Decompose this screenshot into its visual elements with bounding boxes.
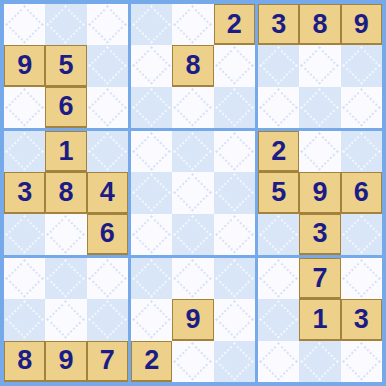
diamond-pattern-icon	[174, 133, 212, 171]
cell-r8c4[interactable]	[131, 299, 172, 340]
cell-r2c1: 9	[4, 45, 45, 86]
cell-r9c9[interactable]	[341, 341, 382, 382]
diamond-pattern-icon	[174, 215, 212, 253]
diamond-pattern-icon	[6, 260, 44, 298]
given-digit: 5	[58, 52, 73, 79]
diamond-pattern-icon	[342, 342, 380, 380]
diamond-pattern-icon	[342, 88, 380, 126]
given-digit: 9	[312, 179, 327, 206]
given-digit: 3	[354, 306, 369, 333]
cell-r5c8: 9	[299, 172, 340, 213]
diamond-pattern-icon	[88, 133, 126, 171]
given-digit: 1	[312, 306, 327, 333]
cell-r5c3: 4	[87, 172, 128, 213]
box-1-1: 956	[4, 4, 128, 128]
diamond-pattern-icon	[88, 260, 126, 298]
cell-r3c3[interactable]	[87, 87, 128, 128]
cell-r7c7[interactable]	[258, 258, 299, 299]
cell-r7c3[interactable]	[87, 258, 128, 299]
diamond-pattern-icon	[342, 215, 380, 253]
cell-r7c8: 7	[299, 258, 340, 299]
cell-r6c1[interactable]	[4, 214, 45, 255]
cell-r4c4[interactable]	[131, 131, 172, 172]
diamond-pattern-icon	[47, 6, 85, 44]
box-3-2: 92	[131, 258, 255, 382]
diamond-pattern-icon	[6, 133, 44, 171]
diamond-pattern-icon	[6, 301, 44, 339]
diamond-pattern-icon	[133, 47, 171, 85]
cell-r2c2: 5	[45, 45, 86, 86]
diamond-pattern-icon	[6, 6, 44, 44]
given-digit: 5	[271, 179, 286, 206]
diamond-pattern-icon	[6, 215, 44, 253]
cell-r9c8[interactable]	[299, 341, 340, 382]
cell-r5c1: 3	[4, 172, 45, 213]
sudoku-board: 95628389138462596389792713	[0, 0, 386, 386]
box-1-2: 28	[131, 4, 255, 128]
box-2-3: 25963	[258, 131, 382, 255]
cell-r8c6[interactable]	[214, 299, 255, 340]
given-digit: 2	[271, 138, 286, 165]
cell-r8c2[interactable]	[45, 299, 86, 340]
diamond-pattern-icon	[215, 301, 253, 339]
cell-r9c5[interactable]	[172, 341, 213, 382]
cell-r1c2[interactable]	[45, 4, 86, 45]
cell-r7c5[interactable]	[172, 258, 213, 299]
cell-r9c7[interactable]	[258, 341, 299, 382]
diamond-pattern-icon	[301, 47, 339, 85]
cell-r3c5[interactable]	[172, 87, 213, 128]
cell-r5c2: 8	[45, 172, 86, 213]
cell-r2c6[interactable]	[214, 45, 255, 86]
cell-r7c2[interactable]	[45, 258, 86, 299]
box-2-2	[131, 131, 255, 255]
given-digit: 6	[354, 179, 369, 206]
cell-r2c7[interactable]	[258, 45, 299, 86]
cell-r3c7[interactable]	[258, 87, 299, 128]
cell-r8c9: 3	[341, 299, 382, 340]
given-digit: 3	[17, 179, 32, 206]
cell-r4c7: 2	[258, 131, 299, 172]
cell-r3c2: 6	[45, 87, 86, 128]
cell-r7c9[interactable]	[341, 258, 382, 299]
diamond-pattern-icon	[260, 260, 298, 298]
diamond-pattern-icon	[174, 260, 212, 298]
cell-r9c2: 9	[45, 341, 86, 382]
diamond-pattern-icon	[342, 260, 380, 298]
diamond-pattern-icon	[174, 174, 212, 212]
diamond-pattern-icon	[88, 47, 126, 85]
cell-r4c1[interactable]	[4, 131, 45, 172]
diamond-pattern-icon	[133, 88, 171, 126]
cell-r1c6: 2	[214, 4, 255, 45]
cell-r7c6[interactable]	[214, 258, 255, 299]
cell-r6c9[interactable]	[341, 214, 382, 255]
cell-r7c4[interactable]	[131, 258, 172, 299]
diamond-pattern-icon	[133, 6, 171, 44]
diamond-pattern-icon	[88, 301, 126, 339]
cell-r1c8: 8	[299, 4, 340, 45]
cell-r5c6[interactable]	[214, 172, 255, 213]
diamond-pattern-icon	[260, 301, 298, 339]
diamond-pattern-icon	[215, 133, 253, 171]
given-digit: 8	[312, 11, 327, 38]
given-digit: 8	[17, 347, 32, 374]
box-1-3: 389	[258, 4, 382, 128]
diamond-pattern-icon	[133, 260, 171, 298]
given-digit: 7	[312, 265, 327, 292]
cell-r9c6[interactable]	[214, 341, 255, 382]
cell-r3c8[interactable]	[299, 87, 340, 128]
given-digit: 9	[354, 11, 369, 38]
diamond-pattern-icon	[260, 215, 298, 253]
cell-r4c3[interactable]	[87, 131, 128, 172]
box-3-3: 713	[258, 258, 382, 382]
diamond-pattern-icon	[301, 88, 339, 126]
cell-r9c4: 2	[131, 341, 172, 382]
diamond-pattern-icon	[47, 301, 85, 339]
cell-r3c1[interactable]	[4, 87, 45, 128]
diamond-pattern-icon	[301, 133, 339, 171]
cell-r4c5[interactable]	[172, 131, 213, 172]
diamond-pattern-icon	[174, 88, 212, 126]
cell-r1c9: 9	[341, 4, 382, 45]
diamond-pattern-icon	[301, 342, 339, 380]
given-digit: 9	[58, 347, 73, 374]
given-digit: 4	[100, 179, 115, 206]
given-digit: 8	[185, 52, 200, 79]
cell-r6c6[interactable]	[214, 214, 255, 255]
given-digit: 6	[100, 220, 115, 247]
diamond-pattern-icon	[260, 342, 298, 380]
cell-r1c1[interactable]	[4, 4, 45, 45]
cell-r6c2[interactable]	[45, 214, 86, 255]
cell-r5c5[interactable]	[172, 172, 213, 213]
box-3-1: 897	[4, 258, 128, 382]
given-digit: 1	[58, 138, 73, 165]
cell-r1c5[interactable]	[172, 4, 213, 45]
cell-r8c8: 1	[299, 299, 340, 340]
diamond-pattern-icon	[47, 260, 85, 298]
cell-r8c3[interactable]	[87, 299, 128, 340]
cell-r8c1[interactable]	[4, 299, 45, 340]
given-digit: 3	[271, 11, 286, 38]
diamond-pattern-icon	[133, 133, 171, 171]
cell-r6c5[interactable]	[172, 214, 213, 255]
cell-r8c7[interactable]	[258, 299, 299, 340]
cell-r3c9[interactable]	[341, 87, 382, 128]
cell-r2c4[interactable]	[131, 45, 172, 86]
diamond-pattern-icon	[342, 47, 380, 85]
cell-r6c4[interactable]	[131, 214, 172, 255]
cell-r4c8[interactable]	[299, 131, 340, 172]
cell-r4c9[interactable]	[341, 131, 382, 172]
cell-r2c9[interactable]	[341, 45, 382, 86]
cell-r8c5: 9	[172, 299, 213, 340]
cell-r5c4[interactable]	[131, 172, 172, 213]
cell-r7c1[interactable]	[4, 258, 45, 299]
cell-r1c4[interactable]	[131, 4, 172, 45]
given-digit: 9	[17, 52, 32, 79]
diamond-pattern-icon	[260, 47, 298, 85]
given-digit: 6	[58, 93, 73, 120]
given-digit: 2	[144, 347, 159, 374]
diamond-pattern-icon	[215, 47, 253, 85]
diamond-pattern-icon	[88, 88, 126, 126]
cell-r4c2: 1	[45, 131, 86, 172]
cell-r2c5: 8	[172, 45, 213, 86]
cell-r1c7: 3	[258, 4, 299, 45]
box-2-1: 13846	[4, 131, 128, 255]
cell-r9c3: 7	[87, 341, 128, 382]
cell-r9c1: 8	[4, 341, 45, 382]
diamond-pattern-icon	[260, 88, 298, 126]
diamond-pattern-icon	[88, 6, 126, 44]
diamond-pattern-icon	[133, 301, 171, 339]
cell-r3c4[interactable]	[131, 87, 172, 128]
given-digit: 8	[58, 179, 73, 206]
cell-r5c9: 6	[341, 172, 382, 213]
given-digit: 3	[312, 220, 327, 247]
cell-r6c8: 3	[299, 214, 340, 255]
diamond-pattern-icon	[47, 215, 85, 253]
diamond-pattern-icon	[215, 88, 253, 126]
diamond-pattern-icon	[342, 133, 380, 171]
cell-r6c3: 6	[87, 214, 128, 255]
given-digit: 9	[185, 306, 200, 333]
diamond-pattern-icon	[215, 260, 253, 298]
cell-r2c8[interactable]	[299, 45, 340, 86]
cell-r6c7[interactable]	[258, 214, 299, 255]
diamond-pattern-icon	[133, 174, 171, 212]
cell-r4c6[interactable]	[214, 131, 255, 172]
diamond-pattern-icon	[215, 174, 253, 212]
given-digit: 7	[100, 347, 115, 374]
diamond-pattern-icon	[174, 6, 212, 44]
diamond-pattern-icon	[133, 215, 171, 253]
diamond-pattern-icon	[174, 342, 212, 380]
diamond-pattern-icon	[215, 342, 253, 380]
cell-r3c6[interactable]	[214, 87, 255, 128]
cell-r5c7: 5	[258, 172, 299, 213]
diamond-pattern-icon	[215, 215, 253, 253]
given-digit: 2	[227, 11, 242, 38]
cell-r1c3[interactable]	[87, 4, 128, 45]
diamond-pattern-icon	[6, 88, 44, 126]
cell-r2c3[interactable]	[87, 45, 128, 86]
